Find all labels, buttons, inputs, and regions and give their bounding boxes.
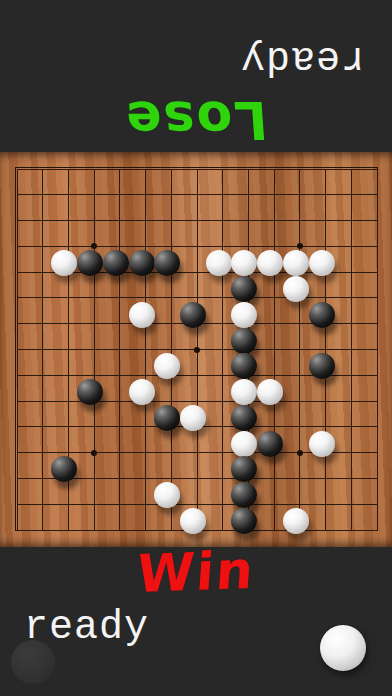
grid-line-vertical [299,169,300,530]
screen: ready Lose Win ready [0,0,392,696]
opponent-result-label: Lose [0,94,392,146]
stone-black-10-11 [257,431,283,457]
star-point [297,450,303,456]
white-stone-indicator [320,625,366,671]
go-board[interactable] [0,152,392,547]
stone-black-12-8 [309,353,335,379]
stone-white-11-14 [283,508,309,534]
stone-white-5-6 [129,302,155,328]
stone-black-9-7 [231,328,257,354]
stone-white-8-4 [206,250,232,276]
stone-white-9-6 [231,302,257,328]
stone-white-9-11 [231,431,257,457]
stone-black-6-10 [154,405,180,431]
stone-white-7-14 [180,508,206,534]
stone-white-5-9 [129,379,155,405]
stone-black-4-4 [103,250,129,276]
stone-white-7-10 [180,405,206,431]
black-stone-indicator [11,640,55,684]
stone-black-12-6 [309,302,335,328]
star-point [91,450,97,456]
stone-white-12-11 [309,431,335,457]
grid-line-horizontal [17,401,377,402]
grid-line-vertical [351,169,352,530]
stone-white-11-5 [283,276,309,302]
stone-black-7-6 [180,302,206,328]
grid-line-vertical [274,169,275,530]
stone-white-11-4 [283,250,309,276]
player-result-label: Win [0,539,392,605]
stone-white-12-4 [309,250,335,276]
stone-black-5-4 [129,250,155,276]
grid-line-horizontal [17,504,377,505]
opponent-status-label: ready [240,36,365,80]
grid-line-vertical [222,169,223,530]
grid-line-vertical [325,169,326,530]
star-point [194,347,200,353]
grid-line-vertical [377,169,378,530]
